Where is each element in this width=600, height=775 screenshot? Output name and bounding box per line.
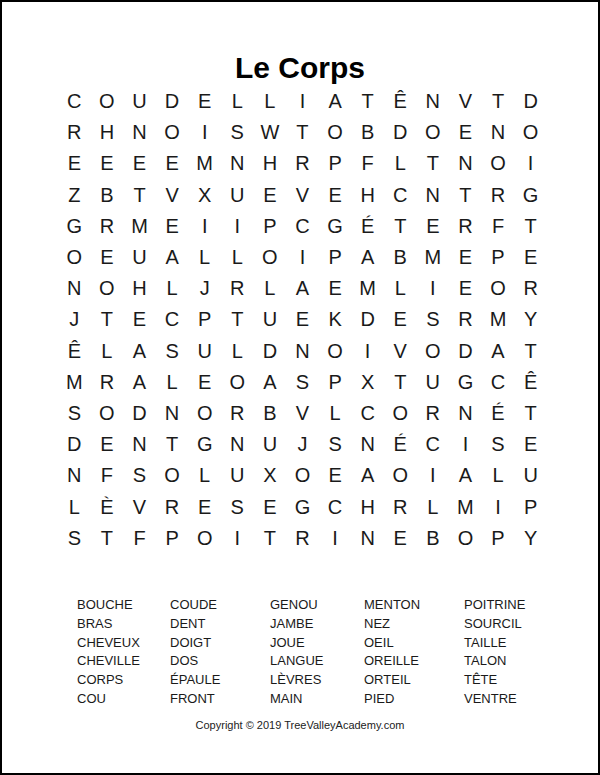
grid-cell[interactable]: D — [384, 117, 417, 148]
grid-cell[interactable]: I — [417, 460, 450, 491]
grid-cell[interactable]: L — [156, 273, 189, 304]
grid-cell[interactable]: S — [221, 491, 254, 522]
grid-cell[interactable]: S — [58, 523, 91, 554]
grid-cell[interactable]: S — [286, 367, 319, 398]
grid-cell[interactable]: M — [58, 367, 91, 398]
grid-cell[interactable]: E — [319, 180, 352, 211]
grid-cell[interactable]: O — [482, 273, 515, 304]
word-list-item: FRONT — [170, 690, 270, 709]
grid-cell[interactable]: E — [514, 429, 547, 460]
grid-cell[interactable]: C — [351, 398, 384, 429]
grid-cell[interactable]: O — [254, 242, 287, 273]
grid-cell[interactable]: C — [384, 180, 417, 211]
grid-cell[interactable]: C — [319, 491, 352, 522]
grid-cell[interactable]: P — [188, 304, 221, 335]
grid-cell[interactable]: D — [449, 336, 482, 367]
grid-cell[interactable]: L — [156, 367, 189, 398]
grid-cell[interactable]: A — [123, 367, 156, 398]
grid-cell[interactable]: N — [58, 460, 91, 491]
word-list-column: GENOUJAMBEJOUELANGUELÈVRESMAIN — [270, 596, 364, 709]
grid-cell[interactable]: T — [91, 523, 124, 554]
grid-cell[interactable]: N — [156, 398, 189, 429]
grid-cell[interactable]: C — [156, 304, 189, 335]
grid-cell[interactable]: R — [91, 367, 124, 398]
grid-cell[interactable]: O — [417, 336, 450, 367]
grid-cell[interactable]: A — [123, 336, 156, 367]
word-list-item: LÈVRES — [270, 671, 364, 690]
word-list-item: PIED — [364, 690, 464, 709]
word-list-item: TALON — [464, 652, 525, 671]
grid-cell[interactable]: N — [221, 148, 254, 179]
word-list-item: MAIN — [270, 690, 364, 709]
word-list-column: BOUCHEBRASCHEVEUXCHEVILLECORPSCOU — [77, 596, 170, 709]
grid-cell[interactable]: R — [91, 211, 124, 242]
grid-cell[interactable]: E — [254, 491, 287, 522]
grid-cell[interactable]: J — [286, 429, 319, 460]
grid-cell[interactable]: B — [91, 180, 124, 211]
grid-cell[interactable]: S — [58, 398, 91, 429]
grid-cell[interactable]: G — [514, 180, 547, 211]
grid-cell[interactable]: B — [351, 117, 384, 148]
grid-cell[interactable]: G — [286, 491, 319, 522]
grid-cell[interactable]: O — [188, 523, 221, 554]
word-list-item: TÊTE — [464, 671, 525, 690]
grid-cell[interactable]: L — [319, 398, 352, 429]
grid-cell[interactable]: O — [156, 460, 189, 491]
grid-cell[interactable]: Ê — [384, 86, 417, 117]
grid-cell[interactable]: P — [482, 242, 515, 273]
grid-cell[interactable]: N — [351, 429, 384, 460]
grid-cell[interactable]: U — [221, 180, 254, 211]
grid-cell[interactable]: E — [156, 211, 189, 242]
grid-cell[interactable]: N — [221, 429, 254, 460]
grid-cell[interactable]: E — [319, 273, 352, 304]
grid-cell[interactable]: I — [188, 117, 221, 148]
grid-cell[interactable]: T — [221, 304, 254, 335]
grid-cell[interactable]: S — [123, 460, 156, 491]
grid-cell[interactable]: U — [123, 86, 156, 117]
word-list-item: JAMBE — [270, 615, 364, 634]
grid-cell[interactable]: T — [449, 180, 482, 211]
grid-cell[interactable]: E — [417, 211, 450, 242]
grid-cell[interactable]: P — [319, 242, 352, 273]
grid-cell[interactable]: M — [449, 491, 482, 522]
grid-cell[interactable]: R — [58, 117, 91, 148]
grid-cell[interactable]: I — [449, 429, 482, 460]
copyright-text: Copyright © 2019 TreeValleyAcademy.com — [2, 719, 598, 731]
grid-cell[interactable]: H — [123, 273, 156, 304]
word-list-item: COU — [77, 690, 170, 709]
grid-cell[interactable]: O — [319, 336, 352, 367]
grid-cell[interactable]: O — [514, 117, 547, 148]
word-list-item: POITRINE — [464, 596, 525, 615]
grid-cell[interactable]: B — [417, 523, 450, 554]
word-list-item: DENT — [170, 615, 270, 634]
word-list-item: COUDE — [170, 596, 270, 615]
grid-cell[interactable]: X — [188, 180, 221, 211]
word-list-item: DOIGT — [170, 634, 270, 653]
puzzle-title: Le Corps — [2, 53, 598, 83]
grid-cell[interactable]: U — [254, 304, 287, 335]
grid-cell[interactable]: F — [482, 211, 515, 242]
grid-cell[interactable]: X — [351, 367, 384, 398]
grid-cell[interactable]: U — [188, 336, 221, 367]
grid-cell[interactable]: T — [514, 398, 547, 429]
grid-cell[interactable]: O — [91, 398, 124, 429]
grid-cell[interactable]: S — [319, 429, 352, 460]
grid-cell[interactable]: Y — [514, 523, 547, 554]
grid-cell[interactable]: O — [58, 242, 91, 273]
grid-cell[interactable]: X — [254, 460, 287, 491]
word-list-column: MENTONNEZOEILOREILLEORTEILPIED — [364, 596, 464, 709]
grid-cell[interactable]: A — [351, 460, 384, 491]
grid-cell[interactable]: U — [417, 367, 450, 398]
grid-cell[interactable]: C — [286, 211, 319, 242]
grid-cell[interactable]: I — [286, 242, 319, 273]
grid-cell[interactable]: L — [482, 460, 515, 491]
grid-cell[interactable]: P — [319, 148, 352, 179]
grid-cell[interactable]: R — [286, 523, 319, 554]
grid-cell[interactable]: M — [417, 242, 450, 273]
grid-cell[interactable]: D — [514, 86, 547, 117]
grid-cell[interactable]: O — [188, 398, 221, 429]
grid-cell[interactable]: R — [156, 491, 189, 522]
grid-cell[interactable]: U — [221, 460, 254, 491]
grid-cell[interactable]: S — [221, 117, 254, 148]
grid-cell[interactable]: É — [384, 429, 417, 460]
grid-cell[interactable]: A — [319, 86, 352, 117]
grid-cell[interactable]: L — [221, 86, 254, 117]
grid-cell[interactable]: W — [254, 117, 287, 148]
grid-cell[interactable]: G — [449, 367, 482, 398]
grid-cell[interactable]: I — [188, 211, 221, 242]
grid-cell[interactable]: E — [449, 273, 482, 304]
grid-cell[interactable]: O — [91, 273, 124, 304]
grid-cell[interactable]: O — [384, 398, 417, 429]
word-list-item: JOUE — [270, 634, 364, 653]
grid-cell[interactable]: O — [417, 117, 450, 148]
grid-cell[interactable]: O — [449, 523, 482, 554]
grid-cell[interactable]: E — [319, 460, 352, 491]
grid-cell[interactable]: N — [417, 86, 450, 117]
grid-cell[interactable]: J — [188, 273, 221, 304]
grid-cell[interactable]: N — [351, 523, 384, 554]
grid-cell[interactable]: V — [449, 86, 482, 117]
grid-cell[interactable]: Ê — [58, 336, 91, 367]
grid-cell[interactable]: L — [91, 336, 124, 367]
grid-cell[interactable]: H — [91, 117, 124, 148]
grid-cell[interactable]: D — [254, 336, 287, 367]
grid-cell[interactable]: G — [319, 211, 352, 242]
word-search-grid: COUDELLIATÊNVTDRHNOISWTOBDOENOEEEEMNHRPF… — [58, 86, 547, 554]
grid-cell[interactable]: S — [156, 336, 189, 367]
grid-cell[interactable]: B — [254, 398, 287, 429]
word-list-item: TAILLE — [464, 634, 525, 653]
grid-cell[interactable]: É — [482, 398, 515, 429]
grid-cell[interactable]: I — [221, 523, 254, 554]
grid-cell[interactable]: M — [123, 211, 156, 242]
word-list-item: NEZ — [364, 615, 464, 634]
grid-cell[interactable]: P — [156, 523, 189, 554]
word-list-item: GENOU — [270, 596, 364, 615]
grid-cell[interactable]: E — [91, 242, 124, 273]
grid-cell[interactable]: L — [417, 491, 450, 522]
grid-cell[interactable]: O — [91, 86, 124, 117]
grid-cell[interactable]: T — [384, 211, 417, 242]
grid-cell[interactable]: T — [482, 86, 515, 117]
grid-cell[interactable]: T — [351, 86, 384, 117]
grid-cell[interactable]: T — [156, 429, 189, 460]
grid-cell[interactable]: R — [449, 304, 482, 335]
grid-cell[interactable]: N — [286, 336, 319, 367]
word-list-item: BRAS — [77, 615, 170, 634]
grid-cell[interactable]: V — [123, 491, 156, 522]
grid-cell[interactable]: T — [123, 180, 156, 211]
grid-cell[interactable]: U — [123, 242, 156, 273]
word-list-item: LANGUE — [270, 652, 364, 671]
grid-cell[interactable]: A — [482, 336, 515, 367]
grid-cell[interactable]: S — [417, 304, 450, 335]
grid-cell[interactable]: O — [482, 148, 515, 179]
word-list-item: CORPS — [77, 671, 170, 690]
grid-cell[interactable]: H — [351, 491, 384, 522]
grid-cell[interactable]: E — [91, 148, 124, 179]
grid-cell[interactable]: O — [156, 117, 189, 148]
grid-cell[interactable]: L — [188, 460, 221, 491]
grid-cell[interactable]: Ê — [514, 367, 547, 398]
grid-cell[interactable]: D — [156, 86, 189, 117]
grid-cell[interactable]: M — [188, 148, 221, 179]
worksheet-page: Le Corps COUDELLIATÊNVTDRHNOISWTOBDOENOE… — [0, 0, 600, 775]
grid-cell[interactable]: R — [221, 398, 254, 429]
grid-cell[interactable]: U — [514, 460, 547, 491]
grid-cell[interactable]: S — [482, 429, 515, 460]
grid-cell[interactable]: G — [58, 211, 91, 242]
word-list-item: CHEVILLE — [77, 652, 170, 671]
grid-cell[interactable]: F — [351, 148, 384, 179]
grid-cell[interactable]: E — [286, 304, 319, 335]
word-list-item: VENTRE — [464, 690, 525, 709]
grid-cell[interactable]: L — [221, 242, 254, 273]
grid-cell[interactable]: È — [91, 491, 124, 522]
grid-cell[interactable]: T — [254, 523, 287, 554]
grid-cell[interactable]: L — [254, 86, 287, 117]
grid-cell[interactable]: L — [221, 336, 254, 367]
word-list-item: MENTON — [364, 596, 464, 615]
word-list-item: BOUCHE — [77, 596, 170, 615]
word-list-item: OREILLE — [364, 652, 464, 671]
grid-cell[interactable]: T — [286, 117, 319, 148]
grid-cell[interactable]: I — [351, 336, 384, 367]
grid-cell[interactable]: N — [449, 398, 482, 429]
grid-cell[interactable]: E — [188, 491, 221, 522]
grid-cell[interactable]: R — [482, 180, 515, 211]
grid-cell[interactable]: N — [417, 180, 450, 211]
grid-cell[interactable]: C — [417, 429, 450, 460]
grid-cell[interactable]: B — [384, 242, 417, 273]
grid-cell[interactable]: R — [221, 273, 254, 304]
grid-cell[interactable]: E — [123, 148, 156, 179]
grid-cell[interactable]: M — [482, 304, 515, 335]
grid-cell[interactable]: I — [482, 491, 515, 522]
word-list-column: POITRINESOURCILTAILLETALONTÊTEVENTRE — [464, 596, 525, 709]
grid-cell[interactable]: E — [384, 523, 417, 554]
grid-cell[interactable]: T — [417, 148, 450, 179]
grid-cell[interactable]: H — [254, 148, 287, 179]
grid-cell[interactable]: U — [254, 429, 287, 460]
word-list-item: ÉPAULE — [170, 671, 270, 690]
grid-cell[interactable]: N — [449, 148, 482, 179]
grid-cell[interactable]: O — [384, 460, 417, 491]
grid-cell[interactable]: O — [319, 117, 352, 148]
grid-cell[interactable]: L — [254, 273, 287, 304]
grid-cell[interactable]: Z — [58, 180, 91, 211]
word-list-item: DOS — [170, 652, 270, 671]
grid-cell[interactable]: E — [188, 86, 221, 117]
grid-cell[interactable]: E — [514, 242, 547, 273]
grid-cell[interactable]: R — [514, 273, 547, 304]
grid-cell[interactable]: T — [91, 304, 124, 335]
grid-cell[interactable]: A — [351, 242, 384, 273]
grid-cell[interactable]: E — [58, 148, 91, 179]
grid-cell[interactable]: C — [58, 86, 91, 117]
word-list-column: COUDEDENTDOIGTDOSÉPAULEFRONT — [170, 596, 270, 709]
grid-cell[interactable]: L — [384, 273, 417, 304]
grid-cell[interactable]: A — [449, 460, 482, 491]
grid-cell[interactable]: D — [58, 429, 91, 460]
word-list-item: CHEVEUX — [77, 634, 170, 653]
grid-cell[interactable]: R — [286, 148, 319, 179]
grid-cell[interactable]: N — [482, 117, 515, 148]
word-list-item: ORTEIL — [364, 671, 464, 690]
grid-cell[interactable]: Y — [514, 304, 547, 335]
word-list: BOUCHEBRASCHEVEUXCHEVILLECORPSCOUCOUDEDE… — [77, 596, 578, 709]
grid-cell[interactable]: A — [286, 273, 319, 304]
grid-cell[interactable]: G — [188, 429, 221, 460]
grid-cell[interactable]: P — [514, 491, 547, 522]
grid-cell[interactable]: I — [319, 523, 352, 554]
grid-cell[interactable]: L — [188, 242, 221, 273]
grid-cell[interactable]: V — [286, 180, 319, 211]
grid-cell[interactable]: I — [417, 273, 450, 304]
grid-cell[interactable]: P — [319, 367, 352, 398]
grid-cell[interactable]: L — [58, 491, 91, 522]
grid-cell[interactable]: R — [417, 398, 450, 429]
grid-cell[interactable]: N — [123, 429, 156, 460]
grid-cell[interactable]: E — [156, 148, 189, 179]
grid-cell[interactable]: I — [514, 148, 547, 179]
grid-cell[interactable]: E — [384, 304, 417, 335]
grid-cell[interactable]: N — [58, 273, 91, 304]
word-list-item: SOURCIL — [464, 615, 525, 634]
grid-cell[interactable]: A — [254, 367, 287, 398]
grid-cell[interactable]: P — [482, 523, 515, 554]
grid-cell[interactable]: I — [221, 211, 254, 242]
grid-cell[interactable]: V — [286, 398, 319, 429]
grid-cell[interactable]: A — [156, 242, 189, 273]
grid-cell[interactable]: D — [351, 304, 384, 335]
grid-cell[interactable]: O — [221, 367, 254, 398]
grid-cell[interactable]: T — [514, 211, 547, 242]
grid-cell[interactable]: V — [156, 180, 189, 211]
word-list-item: OEIL — [364, 634, 464, 653]
grid-cell[interactable]: T — [514, 336, 547, 367]
grid-cell[interactable]: K — [319, 304, 352, 335]
grid-cell[interactable]: J — [58, 304, 91, 335]
grid-cell[interactable]: M — [351, 273, 384, 304]
grid-cell[interactable]: N — [123, 117, 156, 148]
grid-cell[interactable]: F — [123, 523, 156, 554]
grid-cell[interactable]: E — [449, 242, 482, 273]
grid-cell[interactable]: H — [351, 180, 384, 211]
grid-cell[interactable]: T — [384, 367, 417, 398]
grid-cell[interactable]: R — [384, 491, 417, 522]
grid-cell[interactable]: E — [449, 117, 482, 148]
grid-cell[interactable]: E — [254, 180, 287, 211]
grid-cell[interactable]: E — [123, 304, 156, 335]
grid-cell[interactable]: R — [449, 211, 482, 242]
grid-cell[interactable]: E — [188, 367, 221, 398]
grid-cell[interactable]: P — [254, 211, 287, 242]
grid-cell[interactable]: V — [384, 336, 417, 367]
grid-cell[interactable]: E — [91, 429, 124, 460]
grid-cell[interactable]: É — [351, 211, 384, 242]
grid-cell[interactable]: D — [123, 398, 156, 429]
grid-cell[interactable]: C — [482, 367, 515, 398]
grid-cell[interactable]: I — [286, 86, 319, 117]
grid-cell[interactable]: O — [286, 460, 319, 491]
grid-cell[interactable]: L — [384, 148, 417, 179]
grid-cell[interactable]: F — [91, 460, 124, 491]
